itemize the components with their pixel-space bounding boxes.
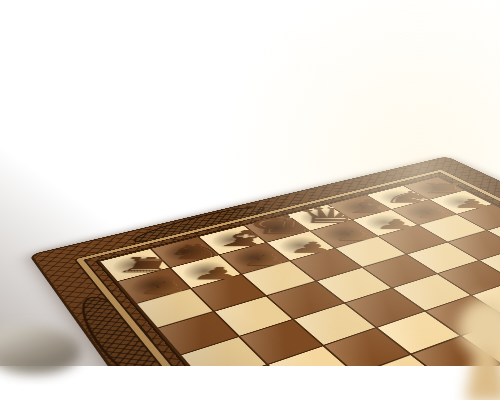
out-of-focus-pawn — [448, 298, 500, 400]
pawn-head — [458, 298, 500, 356]
product-photo: ♜♞♝♚♛♝♞♜♟♟♟♟♟♟♟♟ Handcrafted carved waln… — [0, 0, 500, 400]
background-cut — [0, 366, 500, 400]
chess-piece-pawn: ♟ — [189, 266, 246, 280]
chess-piece-pawn: ♟ — [331, 230, 379, 242]
chess-board: ♜♞♝♚♛♝♞♜♟♟♟♟♟♟♟♟ — [29, 156, 500, 400]
pawn-body — [465, 350, 500, 400]
